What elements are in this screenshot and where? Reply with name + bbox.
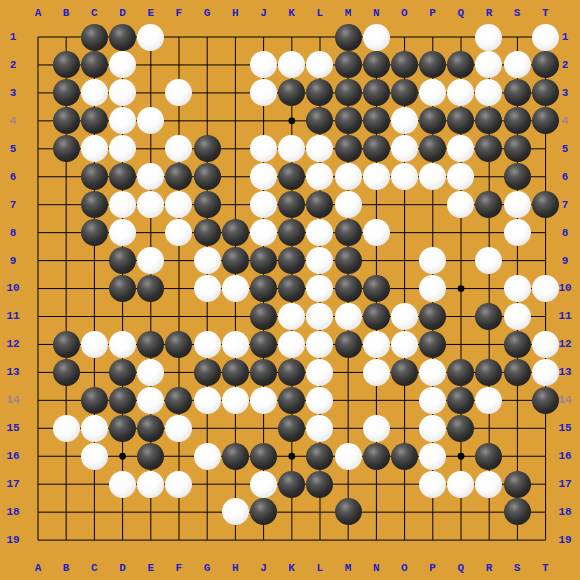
intersection-N13[interactable] [362, 358, 390, 386]
intersection-P14[interactable] [419, 386, 447, 414]
intersection-T16[interactable] [531, 442, 559, 470]
intersection-P8[interactable] [419, 219, 447, 247]
intersection-A8[interactable] [24, 219, 52, 247]
intersection-R12[interactable] [475, 330, 503, 358]
intersection-Q17[interactable] [447, 470, 475, 498]
intersection-D3[interactable] [108, 79, 136, 107]
intersection-P7[interactable] [419, 191, 447, 219]
intersection-G7[interactable] [193, 191, 221, 219]
intersection-S10[interactable] [503, 274, 531, 302]
intersection-B16[interactable] [52, 442, 80, 470]
intersection-H16[interactable] [221, 442, 249, 470]
intersection-H11[interactable] [221, 302, 249, 330]
intersection-T13[interactable] [531, 358, 559, 386]
intersection-R17[interactable] [475, 470, 503, 498]
intersection-T3[interactable] [531, 79, 559, 107]
intersection-S16[interactable] [503, 442, 531, 470]
intersection-B14[interactable] [52, 386, 80, 414]
intersection-D5[interactable] [108, 135, 136, 163]
intersection-K10[interactable] [278, 274, 306, 302]
intersection-Q4[interactable] [447, 107, 475, 135]
intersection-J16[interactable] [249, 442, 277, 470]
intersection-Q16[interactable] [447, 442, 475, 470]
intersection-C4[interactable] [80, 107, 108, 135]
intersection-H6[interactable] [221, 163, 249, 191]
intersection-M4[interactable] [334, 107, 362, 135]
intersection-D6[interactable] [108, 163, 136, 191]
intersection-N2[interactable] [362, 51, 390, 79]
intersection-P12[interactable] [419, 330, 447, 358]
intersection-K9[interactable] [278, 247, 306, 275]
intersection-K15[interactable] [278, 414, 306, 442]
intersection-A18[interactable] [24, 498, 52, 526]
intersection-M18[interactable] [334, 498, 362, 526]
intersection-A15[interactable] [24, 414, 52, 442]
intersection-O11[interactable] [390, 302, 418, 330]
intersection-N10[interactable] [362, 274, 390, 302]
intersection-P15[interactable] [419, 414, 447, 442]
intersection-R14[interactable] [475, 386, 503, 414]
intersection-G4[interactable] [193, 107, 221, 135]
intersection-H13[interactable] [221, 358, 249, 386]
intersection-J7[interactable] [249, 191, 277, 219]
intersection-F1[interactable] [165, 23, 193, 51]
intersection-F9[interactable] [165, 247, 193, 275]
intersection-J12[interactable] [249, 330, 277, 358]
intersection-K4[interactable] [278, 107, 306, 135]
intersection-P10[interactable] [419, 274, 447, 302]
intersection-M11[interactable] [334, 302, 362, 330]
intersection-N9[interactable] [362, 247, 390, 275]
intersection-J4[interactable] [249, 107, 277, 135]
intersection-C3[interactable] [80, 79, 108, 107]
intersection-G8[interactable] [193, 219, 221, 247]
intersection-A2[interactable] [24, 51, 52, 79]
intersection-N12[interactable] [362, 330, 390, 358]
intersection-C2[interactable] [80, 51, 108, 79]
intersection-C7[interactable] [80, 191, 108, 219]
intersection-M12[interactable] [334, 330, 362, 358]
intersection-R4[interactable] [475, 107, 503, 135]
intersection-H9[interactable] [221, 247, 249, 275]
intersection-A14[interactable] [24, 386, 52, 414]
intersection-K3[interactable] [278, 79, 306, 107]
intersection-B12[interactable] [52, 330, 80, 358]
intersection-E12[interactable] [137, 330, 165, 358]
intersection-M7[interactable] [334, 191, 362, 219]
intersection-S12[interactable] [503, 330, 531, 358]
intersection-O15[interactable] [390, 414, 418, 442]
intersection-H8[interactable] [221, 219, 249, 247]
intersection-B13[interactable] [52, 358, 80, 386]
intersection-L8[interactable] [306, 219, 334, 247]
intersection-G5[interactable] [193, 135, 221, 163]
intersection-P18[interactable] [419, 498, 447, 526]
intersection-D17[interactable] [108, 470, 136, 498]
intersection-H12[interactable] [221, 330, 249, 358]
intersection-R15[interactable] [475, 414, 503, 442]
intersection-G2[interactable] [193, 51, 221, 79]
intersection-R10[interactable] [475, 274, 503, 302]
intersection-F4[interactable] [165, 107, 193, 135]
intersection-M14[interactable] [334, 386, 362, 414]
intersection-Q18[interactable] [447, 498, 475, 526]
intersection-E3[interactable] [137, 79, 165, 107]
intersection-E14[interactable] [137, 386, 165, 414]
intersection-H4[interactable] [221, 107, 249, 135]
intersection-J8[interactable] [249, 219, 277, 247]
intersection-J17[interactable] [249, 470, 277, 498]
intersection-C15[interactable] [80, 414, 108, 442]
intersection-K18[interactable] [278, 498, 306, 526]
intersection-R9[interactable] [475, 247, 503, 275]
intersection-G14[interactable] [193, 386, 221, 414]
intersection-L19[interactable] [306, 526, 334, 554]
intersection-F18[interactable] [165, 498, 193, 526]
intersection-S11[interactable] [503, 302, 531, 330]
intersection-D2[interactable] [108, 51, 136, 79]
intersection-N4[interactable] [362, 107, 390, 135]
intersection-T11[interactable] [531, 302, 559, 330]
intersection-D13[interactable] [108, 358, 136, 386]
intersection-R1[interactable] [475, 23, 503, 51]
intersection-R19[interactable] [475, 526, 503, 554]
intersection-J5[interactable] [249, 135, 277, 163]
intersection-E19[interactable] [137, 526, 165, 554]
intersection-B5[interactable] [52, 135, 80, 163]
intersection-N15[interactable] [362, 414, 390, 442]
intersection-R13[interactable] [475, 358, 503, 386]
intersection-T7[interactable] [531, 191, 559, 219]
intersection-C5[interactable] [80, 135, 108, 163]
intersection-J1[interactable] [249, 23, 277, 51]
intersection-B2[interactable] [52, 51, 80, 79]
intersection-D18[interactable] [108, 498, 136, 526]
intersection-L4[interactable] [306, 107, 334, 135]
intersection-R11[interactable] [475, 302, 503, 330]
intersection-M15[interactable] [334, 414, 362, 442]
intersection-K5[interactable] [278, 135, 306, 163]
intersection-S18[interactable] [503, 498, 531, 526]
intersection-Q8[interactable] [447, 219, 475, 247]
intersection-F5[interactable] [165, 135, 193, 163]
intersection-P2[interactable] [419, 51, 447, 79]
intersection-C18[interactable] [80, 498, 108, 526]
intersection-M10[interactable] [334, 274, 362, 302]
intersection-K2[interactable] [278, 51, 306, 79]
intersection-E8[interactable] [137, 219, 165, 247]
intersection-C8[interactable] [80, 219, 108, 247]
intersection-B11[interactable] [52, 302, 80, 330]
intersection-O19[interactable] [390, 526, 418, 554]
intersection-G18[interactable] [193, 498, 221, 526]
intersection-H7[interactable] [221, 191, 249, 219]
intersection-J15[interactable] [249, 414, 277, 442]
intersection-S13[interactable] [503, 358, 531, 386]
intersection-D14[interactable] [108, 386, 136, 414]
intersection-E1[interactable] [137, 23, 165, 51]
intersection-C17[interactable] [80, 470, 108, 498]
intersection-Q6[interactable] [447, 163, 475, 191]
intersection-G3[interactable] [193, 79, 221, 107]
intersection-L14[interactable] [306, 386, 334, 414]
intersection-T12[interactable] [531, 330, 559, 358]
intersection-O18[interactable] [390, 498, 418, 526]
intersection-O17[interactable] [390, 470, 418, 498]
intersection-E5[interactable] [137, 135, 165, 163]
intersection-L10[interactable] [306, 274, 334, 302]
intersection-C6[interactable] [80, 163, 108, 191]
intersection-O2[interactable] [390, 51, 418, 79]
intersection-R7[interactable] [475, 191, 503, 219]
intersection-M16[interactable] [334, 442, 362, 470]
intersection-L16[interactable] [306, 442, 334, 470]
intersection-F19[interactable] [165, 526, 193, 554]
intersection-E7[interactable] [137, 191, 165, 219]
intersection-D4[interactable] [108, 107, 136, 135]
intersection-B7[interactable] [52, 191, 80, 219]
intersection-B18[interactable] [52, 498, 80, 526]
intersection-P9[interactable] [419, 247, 447, 275]
intersection-O6[interactable] [390, 163, 418, 191]
intersection-Q12[interactable] [447, 330, 475, 358]
intersection-M2[interactable] [334, 51, 362, 79]
intersection-J19[interactable] [249, 526, 277, 554]
intersection-L15[interactable] [306, 414, 334, 442]
intersection-M13[interactable] [334, 358, 362, 386]
intersection-S5[interactable] [503, 135, 531, 163]
intersection-D16[interactable] [108, 442, 136, 470]
intersection-J2[interactable] [249, 51, 277, 79]
intersection-N6[interactable] [362, 163, 390, 191]
intersection-A1[interactable] [24, 23, 52, 51]
intersection-N16[interactable] [362, 442, 390, 470]
intersection-L7[interactable] [306, 191, 334, 219]
intersection-F14[interactable] [165, 386, 193, 414]
intersection-H19[interactable] [221, 526, 249, 554]
intersection-P5[interactable] [419, 135, 447, 163]
intersection-E18[interactable] [137, 498, 165, 526]
intersection-N3[interactable] [362, 79, 390, 107]
intersection-P3[interactable] [419, 79, 447, 107]
intersection-G13[interactable] [193, 358, 221, 386]
intersection-A7[interactable] [24, 191, 52, 219]
intersection-C16[interactable] [80, 442, 108, 470]
intersection-M9[interactable] [334, 247, 362, 275]
intersection-H17[interactable] [221, 470, 249, 498]
intersection-S7[interactable] [503, 191, 531, 219]
intersection-H5[interactable] [221, 135, 249, 163]
intersection-A4[interactable] [24, 107, 52, 135]
intersection-L18[interactable] [306, 498, 334, 526]
intersection-J18[interactable] [249, 498, 277, 526]
intersection-P17[interactable] [419, 470, 447, 498]
intersection-S1[interactable] [503, 23, 531, 51]
intersection-T10[interactable] [531, 274, 559, 302]
intersection-T2[interactable] [531, 51, 559, 79]
intersection-E17[interactable] [137, 470, 165, 498]
intersection-F11[interactable] [165, 302, 193, 330]
intersection-H15[interactable] [221, 414, 249, 442]
intersection-D9[interactable] [108, 247, 136, 275]
intersection-S8[interactable] [503, 219, 531, 247]
intersection-A9[interactable] [24, 247, 52, 275]
intersection-F2[interactable] [165, 51, 193, 79]
intersection-O3[interactable] [390, 79, 418, 107]
intersection-S4[interactable] [503, 107, 531, 135]
intersection-N11[interactable] [362, 302, 390, 330]
intersection-R16[interactable] [475, 442, 503, 470]
intersection-K13[interactable] [278, 358, 306, 386]
intersection-S17[interactable] [503, 470, 531, 498]
intersection-M8[interactable] [334, 219, 362, 247]
intersection-Q11[interactable] [447, 302, 475, 330]
intersection-D19[interactable] [108, 526, 136, 554]
intersection-O9[interactable] [390, 247, 418, 275]
intersection-L3[interactable] [306, 79, 334, 107]
intersection-J11[interactable] [249, 302, 277, 330]
intersection-K8[interactable] [278, 219, 306, 247]
intersection-O10[interactable] [390, 274, 418, 302]
intersection-C11[interactable] [80, 302, 108, 330]
intersection-T1[interactable] [531, 23, 559, 51]
intersection-O5[interactable] [390, 135, 418, 163]
intersection-S15[interactable] [503, 414, 531, 442]
intersection-K14[interactable] [278, 386, 306, 414]
intersection-G15[interactable] [193, 414, 221, 442]
intersection-O13[interactable] [390, 358, 418, 386]
intersection-Q13[interactable] [447, 358, 475, 386]
intersection-D1[interactable] [108, 23, 136, 51]
intersection-R2[interactable] [475, 51, 503, 79]
intersection-G6[interactable] [193, 163, 221, 191]
intersection-L5[interactable] [306, 135, 334, 163]
intersection-B17[interactable] [52, 470, 80, 498]
intersection-A3[interactable] [24, 79, 52, 107]
intersection-R6[interactable] [475, 163, 503, 191]
intersection-Q15[interactable] [447, 414, 475, 442]
intersection-N1[interactable] [362, 23, 390, 51]
intersection-F13[interactable] [165, 358, 193, 386]
intersection-N17[interactable] [362, 470, 390, 498]
intersection-A5[interactable] [24, 135, 52, 163]
intersection-R18[interactable] [475, 498, 503, 526]
intersection-A12[interactable] [24, 330, 52, 358]
intersection-N19[interactable] [362, 526, 390, 554]
intersection-A13[interactable] [24, 358, 52, 386]
intersection-S14[interactable] [503, 386, 531, 414]
intersection-C19[interactable] [80, 526, 108, 554]
intersection-B3[interactable] [52, 79, 80, 107]
intersection-O14[interactable] [390, 386, 418, 414]
intersection-B19[interactable] [52, 526, 80, 554]
intersection-H1[interactable] [221, 23, 249, 51]
intersection-T5[interactable] [531, 135, 559, 163]
intersection-N5[interactable] [362, 135, 390, 163]
intersection-A19[interactable] [24, 526, 52, 554]
intersection-P1[interactable] [419, 23, 447, 51]
intersection-J6[interactable] [249, 163, 277, 191]
intersection-J13[interactable] [249, 358, 277, 386]
intersection-O1[interactable] [390, 23, 418, 51]
intersection-G1[interactable] [193, 23, 221, 51]
intersection-C1[interactable] [80, 23, 108, 51]
intersection-C10[interactable] [80, 274, 108, 302]
intersection-J3[interactable] [249, 79, 277, 107]
intersection-H14[interactable] [221, 386, 249, 414]
intersection-H2[interactable] [221, 51, 249, 79]
intersection-N8[interactable] [362, 219, 390, 247]
intersection-K19[interactable] [278, 526, 306, 554]
intersection-M6[interactable] [334, 163, 362, 191]
intersection-B8[interactable] [52, 219, 80, 247]
intersection-G9[interactable] [193, 247, 221, 275]
intersection-S19[interactable] [503, 526, 531, 554]
intersection-F12[interactable] [165, 330, 193, 358]
intersection-T14[interactable] [531, 386, 559, 414]
intersection-A11[interactable] [24, 302, 52, 330]
intersection-K12[interactable] [278, 330, 306, 358]
intersection-S6[interactable] [503, 163, 531, 191]
intersection-L2[interactable] [306, 51, 334, 79]
intersection-T17[interactable] [531, 470, 559, 498]
intersection-T18[interactable] [531, 498, 559, 526]
intersection-L17[interactable] [306, 470, 334, 498]
intersection-Q2[interactable] [447, 51, 475, 79]
intersection-R5[interactable] [475, 135, 503, 163]
intersection-M5[interactable] [334, 135, 362, 163]
intersection-F8[interactable] [165, 219, 193, 247]
intersection-D7[interactable] [108, 191, 136, 219]
intersection-E2[interactable] [137, 51, 165, 79]
intersection-B15[interactable] [52, 414, 80, 442]
intersection-Q7[interactable] [447, 191, 475, 219]
intersection-P4[interactable] [419, 107, 447, 135]
intersection-G16[interactable] [193, 442, 221, 470]
intersection-B4[interactable] [52, 107, 80, 135]
intersection-J9[interactable] [249, 247, 277, 275]
intersection-A17[interactable] [24, 470, 52, 498]
intersection-G12[interactable] [193, 330, 221, 358]
intersection-S3[interactable] [503, 79, 531, 107]
intersection-C12[interactable] [80, 330, 108, 358]
intersection-M1[interactable] [334, 23, 362, 51]
intersection-H10[interactable] [221, 274, 249, 302]
intersection-A16[interactable] [24, 442, 52, 470]
intersection-F15[interactable] [165, 414, 193, 442]
intersection-C13[interactable] [80, 358, 108, 386]
intersection-E13[interactable] [137, 358, 165, 386]
intersection-Q14[interactable] [447, 386, 475, 414]
intersection-L6[interactable] [306, 163, 334, 191]
intersection-E16[interactable] [137, 442, 165, 470]
intersection-S2[interactable] [503, 51, 531, 79]
intersection-L13[interactable] [306, 358, 334, 386]
intersection-O7[interactable] [390, 191, 418, 219]
intersection-B10[interactable] [52, 274, 80, 302]
intersection-K1[interactable] [278, 23, 306, 51]
intersection-Q5[interactable] [447, 135, 475, 163]
intersection-G19[interactable] [193, 526, 221, 554]
intersection-B9[interactable] [52, 247, 80, 275]
intersection-Q10[interactable] [447, 274, 475, 302]
intersection-T9[interactable] [531, 247, 559, 275]
intersection-A6[interactable] [24, 163, 52, 191]
intersection-M17[interactable] [334, 470, 362, 498]
intersection-G10[interactable] [193, 274, 221, 302]
intersection-P19[interactable] [419, 526, 447, 554]
intersection-C9[interactable] [80, 247, 108, 275]
